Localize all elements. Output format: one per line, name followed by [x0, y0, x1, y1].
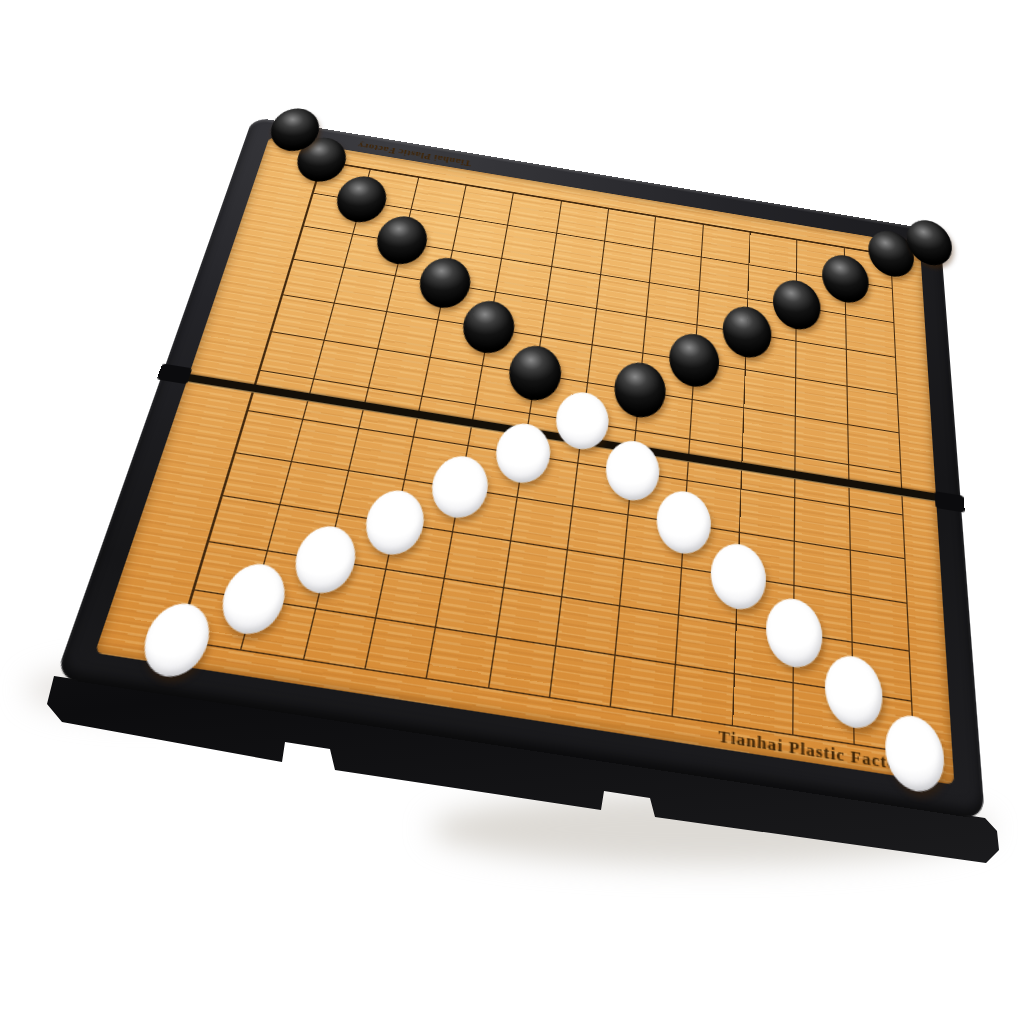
white-stone: ○: [288, 522, 361, 597]
black-stone: ●: [611, 359, 667, 421]
black-stone: ●: [505, 342, 564, 404]
white-stone: ○: [654, 487, 712, 557]
black-stone: ●: [822, 252, 869, 306]
white-stone: ○: [427, 452, 492, 522]
product-photo-scene: Tianhai Plastic Factory Tianhai Plastic …: [0, 0, 1024, 1024]
black-stone: ●: [721, 303, 771, 361]
white-stone: ○: [602, 437, 660, 504]
white-stone: ○: [884, 712, 946, 796]
white-stone: ○: [709, 540, 766, 613]
black-stone: ●: [773, 277, 821, 333]
black-stone: ●: [372, 213, 431, 268]
white-stone: ○: [491, 420, 553, 487]
black-stone: ●: [667, 330, 720, 390]
white-stone: ○: [824, 652, 883, 732]
white-stone: ○: [765, 595, 822, 672]
black-stone: ●: [331, 173, 391, 226]
white-stone: ○: [359, 486, 428, 558]
white-stone: ○: [135, 599, 217, 681]
white-stone: ○: [553, 389, 612, 454]
black-stone: ●: [415, 254, 474, 311]
black-stone: ●: [459, 297, 518, 356]
white-stone: ○: [214, 560, 292, 639]
